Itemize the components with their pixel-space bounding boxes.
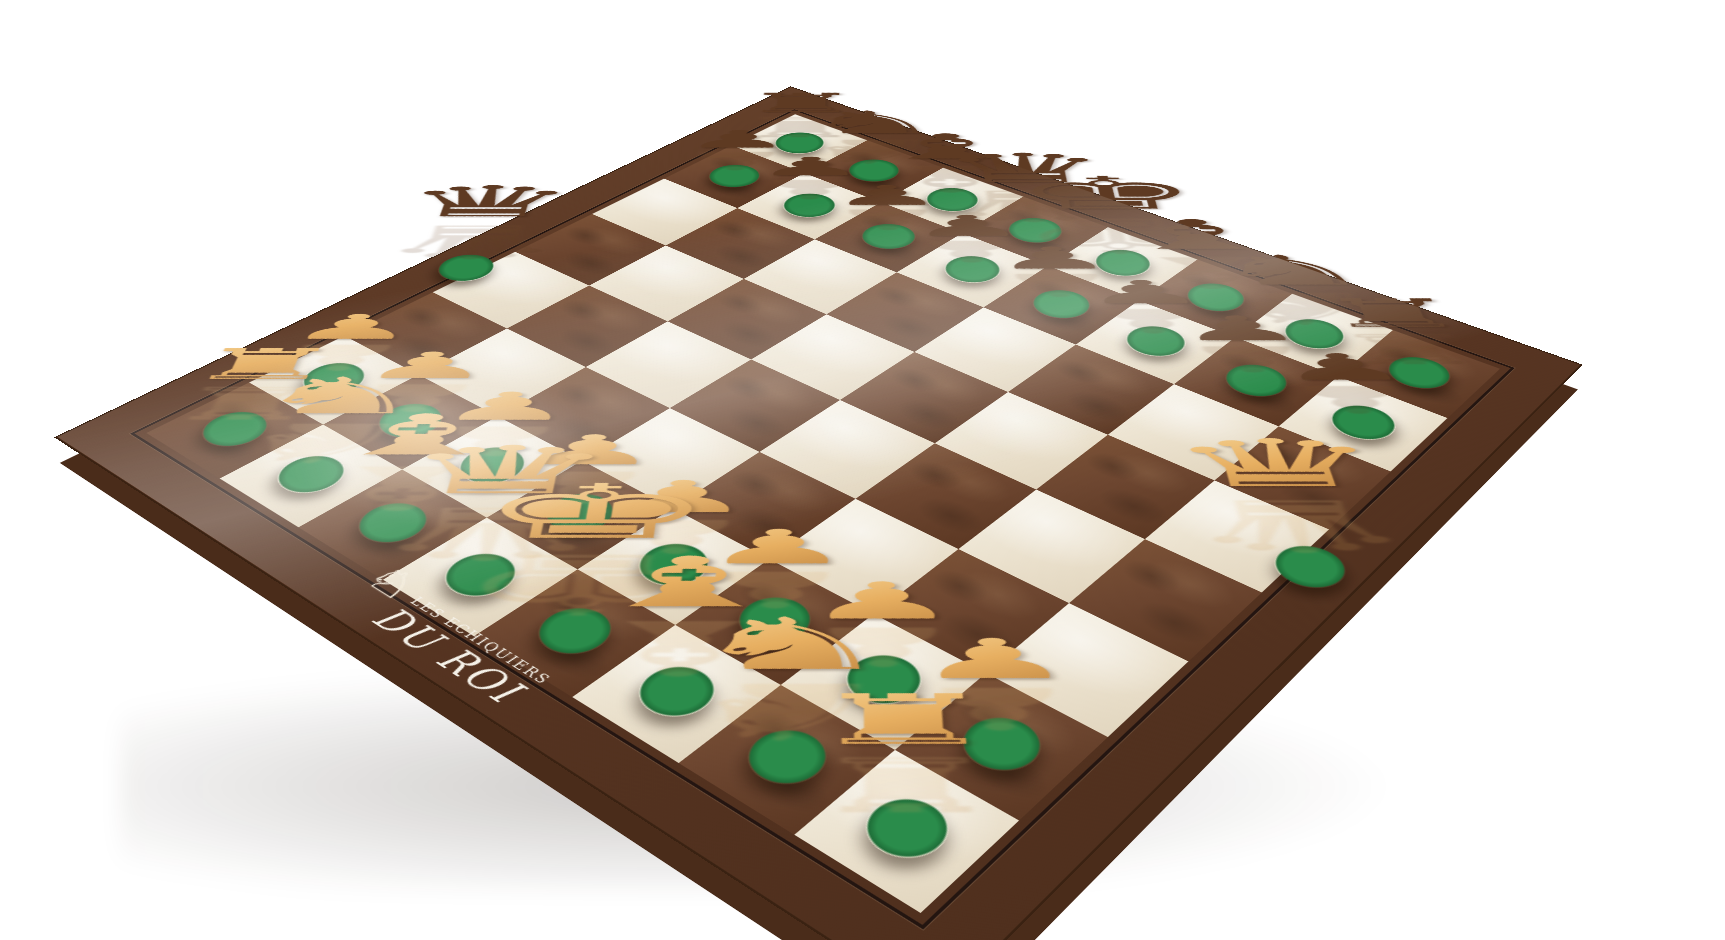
piece-reflection: ♛ — [324, 219, 620, 265]
square-f5[interactable] — [935, 392, 1108, 490]
piece-reflection: ♟ — [1189, 380, 1524, 418]
square-h4[interactable] — [1069, 539, 1262, 661]
square-h2[interactable] — [895, 673, 1108, 820]
square-f2[interactable] — [675, 559, 873, 685]
square-g1[interactable] — [679, 685, 895, 835]
product-photo-scene: ♘ LES ECHIQUIERS DU ROI ♜♜♞♞♝♝♛♛♚♚♝♝♞♞♜♜… — [0, 0, 1725, 940]
square-h3[interactable] — [986, 603, 1188, 737]
black-king-glyph: ♚ — [969, 173, 1248, 214]
square-h1[interactable] — [794, 750, 1019, 913]
square-g3[interactable] — [874, 549, 1069, 673]
square-g2[interactable] — [781, 614, 986, 750]
white-king-glyph: ♚ — [412, 478, 772, 547]
square-f1[interactable] — [572, 625, 780, 763]
square-g4[interactable] — [958, 490, 1145, 604]
